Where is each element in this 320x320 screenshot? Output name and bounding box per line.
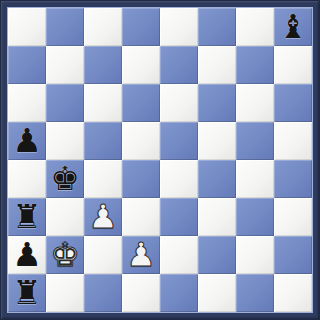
square-d2[interactable]: ♟ <box>122 236 160 274</box>
square-c8[interactable] <box>84 8 122 46</box>
square-h7[interactable] <box>274 46 312 84</box>
square-h5[interactable] <box>274 122 312 160</box>
square-b4[interactable]: ♚ <box>46 160 84 198</box>
piece-black-rook[interactable]: ♜ <box>12 274 42 312</box>
square-f4[interactable] <box>198 160 236 198</box>
square-b8[interactable] <box>46 8 84 46</box>
square-d8[interactable] <box>122 8 160 46</box>
square-g1[interactable] <box>236 274 274 312</box>
square-b3[interactable] <box>46 198 84 236</box>
square-f1[interactable] <box>198 274 236 312</box>
square-h8[interactable]: ♝ <box>274 8 312 46</box>
square-a3[interactable]: ♜ <box>8 198 46 236</box>
square-c2[interactable] <box>84 236 122 274</box>
square-c3[interactable]: ♟ <box>84 198 122 236</box>
square-d5[interactable] <box>122 122 160 160</box>
square-e6[interactable] <box>160 84 198 122</box>
square-g3[interactable] <box>236 198 274 236</box>
square-e7[interactable] <box>160 46 198 84</box>
square-h1[interactable] <box>274 274 312 312</box>
square-g8[interactable] <box>236 8 274 46</box>
square-g2[interactable] <box>236 236 274 274</box>
square-h3[interactable] <box>274 198 312 236</box>
square-a8[interactable] <box>8 8 46 46</box>
square-b6[interactable] <box>46 84 84 122</box>
piece-black-pawn[interactable]: ♟ <box>12 236 42 274</box>
square-g4[interactable] <box>236 160 274 198</box>
square-g7[interactable] <box>236 46 274 84</box>
square-h4[interactable] <box>274 160 312 198</box>
square-b1[interactable] <box>46 274 84 312</box>
square-f5[interactable] <box>198 122 236 160</box>
piece-black-king[interactable]: ♚ <box>50 160 80 198</box>
square-h2[interactable] <box>274 236 312 274</box>
square-e8[interactable] <box>160 8 198 46</box>
piece-black-pawn[interactable]: ♟ <box>12 122 42 160</box>
square-e1[interactable] <box>160 274 198 312</box>
square-e3[interactable] <box>160 198 198 236</box>
square-f8[interactable] <box>198 8 236 46</box>
square-a2[interactable]: ♟ <box>8 236 46 274</box>
square-d1[interactable] <box>122 274 160 312</box>
square-c5[interactable] <box>84 122 122 160</box>
square-f2[interactable] <box>198 236 236 274</box>
square-e2[interactable] <box>160 236 198 274</box>
board-frame: ♝♟♚♜♟♟♚♟♜ <box>0 0 320 320</box>
piece-white-king[interactable]: ♚ <box>50 236 80 274</box>
square-c1[interactable] <box>84 274 122 312</box>
square-a4[interactable] <box>8 160 46 198</box>
square-a1[interactable]: ♜ <box>8 274 46 312</box>
square-d7[interactable] <box>122 46 160 84</box>
square-c4[interactable] <box>84 160 122 198</box>
square-g6[interactable] <box>236 84 274 122</box>
square-c6[interactable] <box>84 84 122 122</box>
square-e4[interactable] <box>160 160 198 198</box>
square-d6[interactable] <box>122 84 160 122</box>
square-d4[interactable] <box>122 160 160 198</box>
square-f6[interactable] <box>198 84 236 122</box>
square-f7[interactable] <box>198 46 236 84</box>
square-a6[interactable] <box>8 84 46 122</box>
square-c7[interactable] <box>84 46 122 84</box>
piece-white-pawn[interactable]: ♟ <box>88 198 118 236</box>
square-b5[interactable] <box>46 122 84 160</box>
square-a7[interactable] <box>8 46 46 84</box>
chess-board: ♝♟♚♜♟♟♚♟♜ <box>8 8 312 312</box>
square-g5[interactable] <box>236 122 274 160</box>
square-d3[interactable] <box>122 198 160 236</box>
square-e5[interactable] <box>160 122 198 160</box>
square-h6[interactable] <box>274 84 312 122</box>
piece-black-bishop[interactable]: ♝ <box>278 8 308 46</box>
piece-white-pawn[interactable]: ♟ <box>126 236 156 274</box>
square-b7[interactable] <box>46 46 84 84</box>
square-f3[interactable] <box>198 198 236 236</box>
square-a5[interactable]: ♟ <box>8 122 46 160</box>
square-b2[interactable]: ♚ <box>46 236 84 274</box>
piece-black-rook[interactable]: ♜ <box>12 198 42 236</box>
